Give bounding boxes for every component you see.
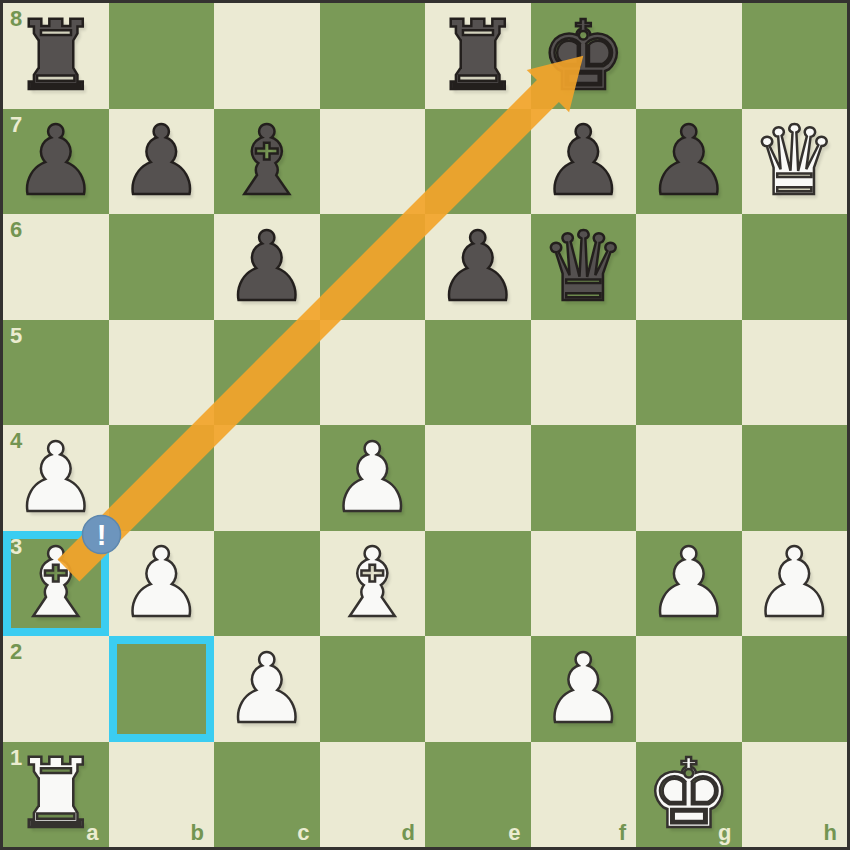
white-pawn-h3[interactable]: ♟ (742, 531, 848, 637)
black-pawn-g7[interactable]: ♟ (636, 109, 742, 215)
square-d6[interactable] (320, 214, 426, 320)
square-e8[interactable]: ♜ (425, 3, 531, 109)
square-e2[interactable] (425, 636, 531, 742)
square-f1[interactable]: f (531, 742, 637, 848)
square-h3[interactable]: ♟ (742, 531, 848, 637)
square-g3[interactable]: ♟ (636, 531, 742, 637)
square-c4[interactable] (214, 425, 320, 531)
square-b5[interactable] (109, 320, 215, 426)
square-f3[interactable] (531, 531, 637, 637)
square-h7[interactable]: ♛ (742, 109, 848, 215)
square-b3[interactable]: ♟ (109, 531, 215, 637)
square-d2[interactable] (320, 636, 426, 742)
square-a7[interactable]: 7♟ (3, 109, 109, 215)
square-c5[interactable] (214, 320, 320, 426)
square-f4[interactable] (531, 425, 637, 531)
square-b1[interactable]: b (109, 742, 215, 848)
square-e1[interactable]: e (425, 742, 531, 848)
square-g6[interactable] (636, 214, 742, 320)
file-label-a: a (86, 820, 98, 846)
white-pawn-g3[interactable]: ♟ (636, 531, 742, 637)
square-a1[interactable]: 1a♜ (3, 742, 109, 848)
square-g2[interactable] (636, 636, 742, 742)
square-c2[interactable]: ♟ (214, 636, 320, 742)
black-rook-e8[interactable]: ♜ (425, 3, 531, 109)
square-d5[interactable] (320, 320, 426, 426)
white-pawn-b3[interactable]: ♟ (109, 531, 215, 637)
square-h2[interactable] (742, 636, 848, 742)
square-a4[interactable]: 4♟ (3, 425, 109, 531)
square-d4[interactable]: ♟ (320, 425, 426, 531)
file-label-b: b (191, 820, 204, 846)
rank-label-4: 4 (10, 428, 22, 454)
square-c6[interactable]: ♟ (214, 214, 320, 320)
square-c8[interactable] (214, 3, 320, 109)
file-label-g: g (718, 820, 731, 846)
square-c7[interactable]: ♝ (214, 109, 320, 215)
square-g8[interactable] (636, 3, 742, 109)
square-b6[interactable] (109, 214, 215, 320)
square-f6[interactable]: ♛ (531, 214, 637, 320)
square-g5[interactable] (636, 320, 742, 426)
square-a2[interactable]: 2 (3, 636, 109, 742)
file-label-e: e (508, 820, 520, 846)
black-pawn-b7[interactable]: ♟ (109, 109, 215, 215)
rank-label-7: 7 (10, 112, 22, 138)
square-b4[interactable] (109, 425, 215, 531)
rank-label-3: 3 (10, 534, 22, 560)
file-label-h: h (824, 820, 837, 846)
square-d7[interactable] (320, 109, 426, 215)
white-pawn-f2[interactable]: ♟ (531, 636, 637, 742)
chess-board: 8♜♜♚7♟♟♝♟♟♛6♟♟♛54♟♟3♝♟♝♟♟2♟♟1a♜bcdefg♚h (3, 3, 847, 847)
rank-label-5: 5 (10, 323, 22, 349)
chess-board-stage: 8♜♜♚7♟♟♝♟♟♛6♟♟♛54♟♟3♝♟♝♟♟2♟♟1a♜bcdefg♚h … (0, 0, 850, 850)
white-queen-h7[interactable]: ♛ (742, 109, 848, 215)
square-g7[interactable]: ♟ (636, 109, 742, 215)
square-h4[interactable] (742, 425, 848, 531)
black-queen-f6[interactable]: ♛ (531, 214, 637, 320)
file-label-d: d (402, 820, 415, 846)
square-e4[interactable] (425, 425, 531, 531)
square-e5[interactable] (425, 320, 531, 426)
square-h6[interactable] (742, 214, 848, 320)
square-h5[interactable] (742, 320, 848, 426)
black-bishop-c7[interactable]: ♝ (214, 109, 320, 215)
square-a8[interactable]: 8♜ (3, 3, 109, 109)
file-label-c: c (297, 820, 309, 846)
square-g4[interactable] (636, 425, 742, 531)
black-pawn-f7[interactable]: ♟ (531, 109, 637, 215)
square-f7[interactable]: ♟ (531, 109, 637, 215)
square-f5[interactable] (531, 320, 637, 426)
black-pawn-e6[interactable]: ♟ (425, 214, 531, 320)
square-h1[interactable]: h (742, 742, 848, 848)
square-b2[interactable] (109, 636, 215, 742)
square-a3[interactable]: 3♝ (3, 531, 109, 637)
square-d8[interactable] (320, 3, 426, 109)
rank-label-1: 1 (10, 745, 22, 771)
square-d1[interactable]: d (320, 742, 426, 848)
square-e7[interactable] (425, 109, 531, 215)
black-pawn-c6[interactable]: ♟ (214, 214, 320, 320)
square-e3[interactable] (425, 531, 531, 637)
white-pawn-c2[interactable]: ♟ (214, 636, 320, 742)
square-e6[interactable]: ♟ (425, 214, 531, 320)
square-c3[interactable] (214, 531, 320, 637)
rank-label-6: 6 (10, 217, 22, 243)
square-a5[interactable]: 5 (3, 320, 109, 426)
square-a6[interactable]: 6 (3, 214, 109, 320)
white-bishop-d3[interactable]: ♝ (320, 531, 426, 637)
square-f8[interactable]: ♚ (531, 3, 637, 109)
square-h8[interactable] (742, 3, 848, 109)
rank-label-8: 8 (10, 6, 22, 32)
file-label-f: f (619, 820, 626, 846)
square-f2[interactable]: ♟ (531, 636, 637, 742)
square-b7[interactable]: ♟ (109, 109, 215, 215)
square-b8[interactable] (109, 3, 215, 109)
rank-label-2: 2 (10, 639, 22, 665)
white-pawn-d4[interactable]: ♟ (320, 425, 426, 531)
square-c1[interactable]: c (214, 742, 320, 848)
square-g1[interactable]: g♚ (636, 742, 742, 848)
square-d3[interactable]: ♝ (320, 531, 426, 637)
black-king-f8[interactable]: ♚ (531, 3, 637, 109)
